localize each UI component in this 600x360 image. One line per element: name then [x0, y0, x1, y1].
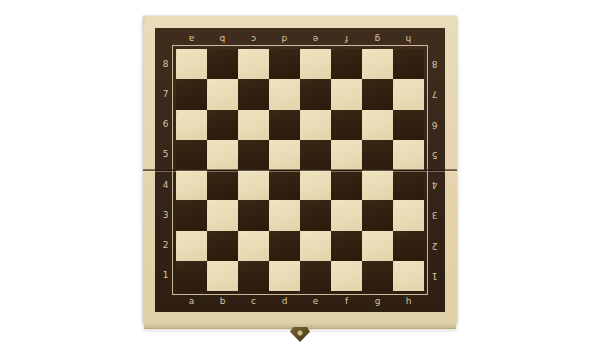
rank-label-right-2: 2	[424, 231, 445, 261]
brass-clasp-icon	[290, 327, 310, 342]
square-a8[interactable]	[176, 49, 207, 79]
square-b1[interactable]	[207, 261, 238, 291]
rank-label-left-3: 3	[155, 200, 176, 230]
square-g1[interactable]	[362, 261, 393, 291]
playing-field	[176, 49, 424, 291]
rank-label-right-4: 4	[424, 170, 445, 200]
rank-labels-right: 87654321	[424, 49, 445, 291]
square-e3[interactable]	[300, 200, 331, 230]
square-d1[interactable]	[269, 261, 300, 291]
rank-label-left-2: 2	[155, 231, 176, 261]
square-g2[interactable]	[362, 231, 393, 261]
square-d2[interactable]	[269, 231, 300, 261]
rank-label-right-1: 1	[424, 261, 445, 291]
rank-label-left-8: 8	[155, 49, 176, 79]
square-f4[interactable]	[331, 170, 362, 200]
file-label-top-b: b	[207, 28, 238, 49]
square-c6[interactable]	[238, 110, 269, 140]
square-g7[interactable]	[362, 79, 393, 109]
square-f6[interactable]	[331, 110, 362, 140]
square-f2[interactable]	[331, 231, 362, 261]
square-d3[interactable]	[269, 200, 300, 230]
square-e8[interactable]	[300, 49, 331, 79]
square-e4[interactable]	[300, 170, 331, 200]
file-label-top-e: e	[300, 28, 331, 49]
square-f1[interactable]	[331, 261, 362, 291]
square-b6[interactable]	[207, 110, 238, 140]
square-h5[interactable]	[393, 140, 424, 170]
file-label-bottom-c: c	[238, 291, 269, 312]
square-c3[interactable]	[238, 200, 269, 230]
rank-label-right-3: 3	[424, 200, 445, 230]
rank-label-right-8: 8	[424, 49, 445, 79]
square-c7[interactable]	[238, 79, 269, 109]
file-label-bottom-d: d	[269, 291, 300, 312]
rank-label-left-4: 4	[155, 170, 176, 200]
square-a2[interactable]	[176, 231, 207, 261]
square-b7[interactable]	[207, 79, 238, 109]
square-a5[interactable]	[176, 140, 207, 170]
square-e7[interactable]	[300, 79, 331, 109]
square-b5[interactable]	[207, 140, 238, 170]
square-e1[interactable]	[300, 261, 331, 291]
file-label-bottom-a: a	[176, 291, 207, 312]
square-c4[interactable]	[238, 170, 269, 200]
square-d8[interactable]	[269, 49, 300, 79]
square-b2[interactable]	[207, 231, 238, 261]
square-a6[interactable]	[176, 110, 207, 140]
square-a3[interactable]	[176, 200, 207, 230]
file-label-top-a: a	[176, 28, 207, 49]
square-c1[interactable]	[238, 261, 269, 291]
rank-label-right-7: 7	[424, 79, 445, 109]
square-f5[interactable]	[331, 140, 362, 170]
square-c8[interactable]	[238, 49, 269, 79]
square-b3[interactable]	[207, 200, 238, 230]
file-label-top-f: f	[331, 28, 362, 49]
square-d6[interactable]	[269, 110, 300, 140]
square-h1[interactable]	[393, 261, 424, 291]
rank-label-right-5: 5	[424, 140, 445, 170]
square-f3[interactable]	[331, 200, 362, 230]
square-g8[interactable]	[362, 49, 393, 79]
rank-label-left-1: 1	[155, 261, 176, 291]
file-label-top-h: h	[393, 28, 424, 49]
square-d4[interactable]	[269, 170, 300, 200]
square-h2[interactable]	[393, 231, 424, 261]
square-h8[interactable]	[393, 49, 424, 79]
rank-label-left-6: 6	[155, 110, 176, 140]
square-h6[interactable]	[393, 110, 424, 140]
file-labels-bottom: abcdefgh	[176, 291, 424, 312]
square-f8[interactable]	[331, 49, 362, 79]
square-a7[interactable]	[176, 79, 207, 109]
file-label-bottom-h: h	[393, 291, 424, 312]
file-label-bottom-b: b	[207, 291, 238, 312]
square-e5[interactable]	[300, 140, 331, 170]
square-g3[interactable]	[362, 200, 393, 230]
photo-background: abcdefgh abcdefgh 87654321 87654321	[0, 0, 600, 360]
square-a4[interactable]	[176, 170, 207, 200]
square-h3[interactable]	[393, 200, 424, 230]
file-label-top-c: c	[238, 28, 269, 49]
rank-label-left-5: 5	[155, 140, 176, 170]
rank-labels-left: 87654321	[155, 49, 176, 291]
file-label-bottom-e: e	[300, 291, 331, 312]
file-label-top-d: d	[269, 28, 300, 49]
rank-label-right-6: 6	[424, 110, 445, 140]
square-a1[interactable]	[176, 261, 207, 291]
file-label-top-g: g	[362, 28, 393, 49]
square-g5[interactable]	[362, 140, 393, 170]
square-d5[interactable]	[269, 140, 300, 170]
square-c5[interactable]	[238, 140, 269, 170]
square-d7[interactable]	[269, 79, 300, 109]
square-e6[interactable]	[300, 110, 331, 140]
square-b8[interactable]	[207, 49, 238, 79]
rank-label-left-7: 7	[155, 79, 176, 109]
square-g4[interactable]	[362, 170, 393, 200]
file-label-bottom-f: f	[331, 291, 362, 312]
square-b4[interactable]	[207, 170, 238, 200]
chess-board: abcdefgh abcdefgh 87654321 87654321	[143, 16, 457, 324]
square-c2[interactable]	[238, 231, 269, 261]
square-h7[interactable]	[393, 79, 424, 109]
square-h4[interactable]	[393, 170, 424, 200]
square-g6[interactable]	[362, 110, 393, 140]
file-label-bottom-g: g	[362, 291, 393, 312]
square-f7[interactable]	[331, 79, 362, 109]
square-e2[interactable]	[300, 231, 331, 261]
file-labels-top: abcdefgh	[176, 28, 424, 49]
